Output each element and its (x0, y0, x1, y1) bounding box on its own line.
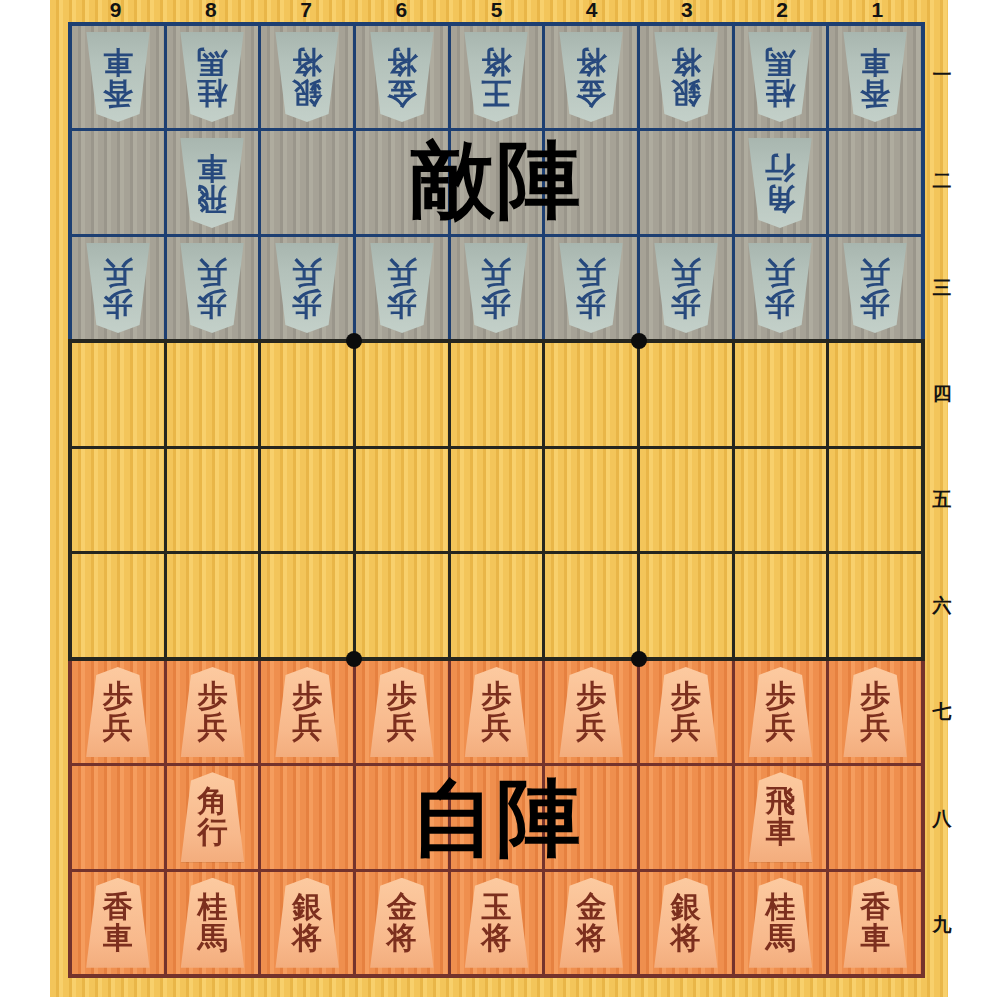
file-label: 4 (544, 0, 639, 22)
board-cell[interactable] (356, 449, 448, 551)
board-cell[interactable]: 香車 (829, 26, 921, 128)
enemy-camp-zone: 香車桂馬銀将金将王将金将銀将桂馬香車飛車角行歩兵歩兵歩兵歩兵歩兵歩兵歩兵歩兵歩兵 (68, 22, 925, 339)
board-cell[interactable] (735, 343, 827, 445)
piece-kanji: 歩 (292, 288, 322, 319)
board-cell[interactable] (640, 449, 732, 551)
piece-kanji: 歩 (765, 681, 795, 712)
board-cell[interactable]: 歩兵 (72, 661, 164, 763)
board-cell[interactable] (640, 554, 732, 656)
board-cell[interactable] (829, 766, 921, 868)
piece-kanji: 行 (197, 817, 227, 848)
piece-kanji: 車 (103, 46, 133, 77)
board-cell[interactable]: 歩兵 (640, 661, 732, 763)
piece-kanji: 飛 (765, 786, 795, 817)
board-cell[interactable] (735, 449, 827, 551)
piece-kanji: 車 (197, 152, 227, 183)
board-cell[interactable] (167, 449, 259, 551)
piece-kanji: 兵 (103, 257, 133, 288)
board-cell[interactable] (545, 131, 637, 233)
piece-kanji: 兵 (197, 712, 227, 743)
shogi-piece[interactable]: 桂馬 (176, 878, 248, 968)
shogi-piece[interactable]: 桂馬 (744, 878, 816, 968)
piece-kanji: 香 (860, 77, 890, 108)
file-labels: 987654321 (68, 0, 925, 22)
shogi-piece[interactable]: 金将 (366, 32, 438, 122)
board-cell[interactable]: 香車 (72, 872, 164, 974)
piece-kanji: 歩 (860, 681, 890, 712)
board-cell[interactable] (261, 766, 353, 868)
piece-kanji: 角 (197, 786, 227, 817)
shogi-piece[interactable]: 歩兵 (271, 667, 343, 757)
board-cell[interactable]: 金将 (356, 26, 448, 128)
shogi-piece[interactable]: 歩兵 (271, 243, 343, 333)
piece-kanji: 銀 (671, 77, 701, 108)
piece-kanji: 桂 (765, 77, 795, 108)
board-cell[interactable]: 銀将 (261, 26, 353, 128)
shogi-piece[interactable]: 歩兵 (366, 243, 438, 333)
piece-kanji: 車 (103, 923, 133, 954)
piece-kanji: 金 (387, 892, 417, 923)
shogi-piece[interactable]: 桂馬 (176, 32, 248, 122)
shogi-piece[interactable]: 歩兵 (744, 667, 816, 757)
shogi-piece[interactable]: 歩兵 (82, 667, 154, 757)
file-label: 6 (354, 0, 449, 22)
piece-kanji: 歩 (387, 681, 417, 712)
board-cell[interactable] (356, 554, 448, 656)
rank-label: 九 (929, 872, 955, 978)
shogi-piece[interactable]: 歩兵 (744, 243, 816, 333)
piece-kanji: 桂 (197, 892, 227, 923)
shogi-piece[interactable]: 香車 (839, 32, 911, 122)
file-label: 1 (830, 0, 925, 22)
shogi-piece[interactable]: 銀将 (271, 878, 343, 968)
rank-label: 八 (929, 766, 955, 872)
piece-kanji: 馬 (765, 46, 795, 77)
piece-kanji: 銀 (292, 892, 322, 923)
piece-kanji: 将 (671, 923, 701, 954)
shogi-piece[interactable]: 香車 (839, 878, 911, 968)
shogi-piece[interactable]: 金将 (555, 878, 627, 968)
board-cell[interactable]: 角行 (735, 131, 827, 233)
shogi-piece[interactable]: 銀将 (271, 32, 343, 122)
shogi-piece[interactable]: 歩兵 (460, 243, 532, 333)
board-cell[interactable]: 桂馬 (167, 872, 259, 974)
piece-kanji: 将 (387, 46, 417, 77)
piece-kanji: 桂 (197, 77, 227, 108)
board-cell[interactable] (261, 131, 353, 233)
board-cell[interactable]: 王将 (451, 26, 543, 128)
board-cell[interactable] (356, 766, 448, 868)
piece-kanji: 車 (860, 923, 890, 954)
piece-kanji: 歩 (671, 681, 701, 712)
board-cell[interactable] (640, 343, 732, 445)
piece-kanji: 将 (576, 46, 606, 77)
board-cell[interactable] (167, 343, 259, 445)
shogi-piece[interactable]: 歩兵 (839, 667, 911, 757)
shogi-piece[interactable]: 桂馬 (744, 32, 816, 122)
board-cell[interactable]: 玉将 (451, 872, 543, 974)
piece-kanji: 兵 (481, 257, 511, 288)
board-cell[interactable]: 歩兵 (72, 237, 164, 339)
board-cell[interactable] (829, 449, 921, 551)
board-cell[interactable]: 歩兵 (356, 661, 448, 763)
piece-kanji: 王 (481, 77, 511, 108)
piece-kanji: 馬 (765, 923, 795, 954)
piece-kanji: 兵 (671, 257, 701, 288)
board-cell[interactable]: 歩兵 (545, 237, 637, 339)
board-cell[interactable]: 銀将 (640, 872, 732, 974)
rank-label: 六 (929, 553, 955, 659)
board-cell[interactable] (545, 343, 637, 445)
board-cell[interactable] (72, 554, 164, 656)
board-cell[interactable] (545, 449, 637, 551)
star-point (631, 651, 647, 667)
piece-kanji: 兵 (765, 257, 795, 288)
board-cell[interactable]: 飛車 (167, 131, 259, 233)
board-cell[interactable]: 歩兵 (167, 237, 259, 339)
piece-kanji: 将 (576, 923, 606, 954)
shogi-piece[interactable]: 歩兵 (650, 243, 722, 333)
board-cell[interactable]: 歩兵 (261, 237, 353, 339)
star-point (346, 651, 362, 667)
piece-kanji: 歩 (103, 288, 133, 319)
shogi-board-stage: 987654321 香車桂馬銀将金将王将金将銀将桂馬香車飛車角行歩兵歩兵歩兵歩兵… (50, 0, 948, 997)
shogi-piece[interactable]: 歩兵 (555, 667, 627, 757)
file-label: 2 (735, 0, 830, 22)
piece-kanji: 将 (481, 923, 511, 954)
piece-kanji: 歩 (576, 288, 606, 319)
star-point (346, 333, 362, 349)
shogi-board: 香車桂馬銀将金将王将金将銀将桂馬香車飛車角行歩兵歩兵歩兵歩兵歩兵歩兵歩兵歩兵歩兵… (68, 22, 925, 978)
file-label: 8 (163, 0, 258, 22)
piece-kanji: 銀 (292, 77, 322, 108)
file-label: 7 (258, 0, 353, 22)
file-label: 3 (639, 0, 734, 22)
piece-kanji: 歩 (481, 288, 511, 319)
board-cell[interactable] (451, 554, 543, 656)
piece-kanji: 車 (860, 46, 890, 77)
board-cell[interactable]: 歩兵 (829, 237, 921, 339)
board-cell[interactable]: 歩兵 (545, 661, 637, 763)
board-cell[interactable]: 銀将 (640, 26, 732, 128)
piece-kanji: 将 (292, 46, 322, 77)
board-cell[interactable] (451, 131, 543, 233)
piece-kanji: 歩 (576, 681, 606, 712)
neutral-zone (68, 339, 925, 660)
piece-kanji: 桂 (765, 892, 795, 923)
shogi-piece[interactable]: 金将 (366, 878, 438, 968)
shogi-piece[interactable]: 歩兵 (839, 243, 911, 333)
star-point (631, 333, 647, 349)
board-cell[interactable]: 歩兵 (735, 237, 827, 339)
shogi-piece[interactable]: 歩兵 (176, 243, 248, 333)
board-cell[interactable]: 飛車 (735, 766, 827, 868)
piece-kanji: 将 (671, 46, 701, 77)
board-cell[interactable] (735, 554, 827, 656)
piece-kanji: 金 (576, 77, 606, 108)
piece-kanji: 銀 (671, 892, 701, 923)
shogi-piece[interactable]: 香車 (82, 32, 154, 122)
shogi-piece[interactable]: 飛車 (176, 138, 248, 228)
piece-kanji: 兵 (860, 257, 890, 288)
piece-kanji: 兵 (481, 712, 511, 743)
board-cell[interactable] (356, 343, 448, 445)
rank-label: 五 (929, 447, 955, 553)
shogi-piece[interactable]: 玉将 (460, 878, 532, 968)
shogi-piece[interactable]: 銀将 (650, 32, 722, 122)
board-cell[interactable] (261, 343, 353, 445)
piece-kanji: 玉 (481, 892, 511, 923)
rank-label: 三 (929, 234, 955, 340)
file-label: 9 (68, 0, 163, 22)
piece-kanji: 兵 (292, 712, 322, 743)
board-cell[interactable] (261, 554, 353, 656)
shogi-piece[interactable]: 角行 (176, 772, 248, 862)
piece-kanji: 将 (481, 46, 511, 77)
board-cell[interactable]: 歩兵 (640, 237, 732, 339)
board-cell[interactable] (261, 449, 353, 551)
file-label: 5 (449, 0, 544, 22)
piece-kanji: 将 (387, 923, 417, 954)
piece-kanji: 歩 (292, 681, 322, 712)
shogi-piece[interactable]: 王将 (460, 32, 532, 122)
board-cell[interactable] (451, 343, 543, 445)
board-cell[interactable] (451, 766, 543, 868)
shogi-piece[interactable]: 歩兵 (460, 667, 532, 757)
piece-kanji: 兵 (387, 257, 417, 288)
piece-kanji: 兵 (576, 712, 606, 743)
board-cell[interactable]: 歩兵 (167, 661, 259, 763)
own-camp-zone: 歩兵歩兵歩兵歩兵歩兵歩兵歩兵歩兵歩兵角行飛車香車桂馬銀将金将玉将金将銀将桂馬香車 (68, 661, 925, 978)
shogi-piece[interactable]: 歩兵 (555, 243, 627, 333)
rank-label: 七 (929, 659, 955, 765)
board-cell[interactable]: 歩兵 (451, 237, 543, 339)
board-cell[interactable]: 桂馬 (167, 26, 259, 128)
piece-kanji: 兵 (671, 712, 701, 743)
board-cell[interactable]: 歩兵 (261, 661, 353, 763)
board-cell[interactable] (545, 554, 637, 656)
piece-kanji: 馬 (197, 46, 227, 77)
piece-kanji: 金 (387, 77, 417, 108)
board-cell[interactable]: 金将 (545, 26, 637, 128)
piece-kanji: 香 (860, 892, 890, 923)
board-cell[interactable]: 角行 (167, 766, 259, 868)
shogi-piece[interactable]: 歩兵 (82, 243, 154, 333)
board-cell[interactable]: 銀将 (261, 872, 353, 974)
piece-kanji: 兵 (860, 712, 890, 743)
piece-kanji: 金 (576, 892, 606, 923)
rank-label: 二 (929, 128, 955, 234)
piece-kanji: 兵 (765, 712, 795, 743)
piece-kanji: 兵 (292, 257, 322, 288)
board-cell[interactable] (167, 554, 259, 656)
piece-kanji: 歩 (765, 288, 795, 319)
piece-kanji: 兵 (197, 257, 227, 288)
rank-labels: 一二三四五六七八九 (929, 22, 955, 978)
board-cell[interactable] (640, 766, 732, 868)
board-cell[interactable] (356, 131, 448, 233)
piece-kanji: 歩 (481, 681, 511, 712)
piece-kanji: 飛 (197, 183, 227, 214)
piece-kanji: 歩 (103, 681, 133, 712)
board-cell[interactable]: 桂馬 (735, 26, 827, 128)
board-cell[interactable] (545, 766, 637, 868)
piece-kanji: 兵 (387, 712, 417, 743)
shogi-piece[interactable]: 歩兵 (176, 667, 248, 757)
shogi-piece[interactable]: 角行 (744, 138, 816, 228)
board-cell[interactable] (829, 554, 921, 656)
board-cell[interactable]: 歩兵 (829, 661, 921, 763)
piece-kanji: 将 (292, 923, 322, 954)
board-cell[interactable] (72, 766, 164, 868)
piece-kanji: 角 (765, 183, 795, 214)
piece-kanji: 香 (103, 77, 133, 108)
piece-kanji: 歩 (671, 288, 701, 319)
piece-kanji: 兵 (103, 712, 133, 743)
piece-kanji: 歩 (860, 288, 890, 319)
shogi-piece[interactable]: 銀将 (650, 878, 722, 968)
board-cell[interactable]: 金将 (356, 872, 448, 974)
piece-kanji: 歩 (387, 288, 417, 319)
rank-label: 一 (929, 22, 955, 128)
piece-kanji: 歩 (197, 288, 227, 319)
board-cell[interactable]: 香車 (829, 872, 921, 974)
shogi-piece[interactable]: 金将 (555, 32, 627, 122)
board-cell[interactable] (72, 131, 164, 233)
board-cell[interactable] (72, 449, 164, 551)
piece-kanji: 歩 (197, 681, 227, 712)
board-cell[interactable] (640, 131, 732, 233)
board-cell[interactable]: 桂馬 (735, 872, 827, 974)
board-cell[interactable]: 歩兵 (356, 237, 448, 339)
piece-kanji: 香 (103, 892, 133, 923)
rank-label: 四 (929, 341, 955, 447)
shogi-piece[interactable]: 飛車 (744, 772, 816, 862)
piece-kanji: 行 (765, 152, 795, 183)
piece-kanji: 兵 (576, 257, 606, 288)
piece-kanji: 馬 (197, 923, 227, 954)
board-cell[interactable] (829, 131, 921, 233)
board-cell[interactable] (451, 449, 543, 551)
board-cell[interactable]: 金将 (545, 872, 637, 974)
board-cell[interactable] (72, 343, 164, 445)
shogi-piece[interactable]: 香車 (82, 878, 154, 968)
board-cell[interactable]: 香車 (72, 26, 164, 128)
board-cell[interactable] (829, 343, 921, 445)
board-cell[interactable]: 歩兵 (451, 661, 543, 763)
board-cell[interactable]: 歩兵 (735, 661, 827, 763)
piece-kanji: 車 (765, 817, 795, 848)
shogi-piece[interactable]: 歩兵 (366, 667, 438, 757)
shogi-piece[interactable]: 歩兵 (650, 667, 722, 757)
